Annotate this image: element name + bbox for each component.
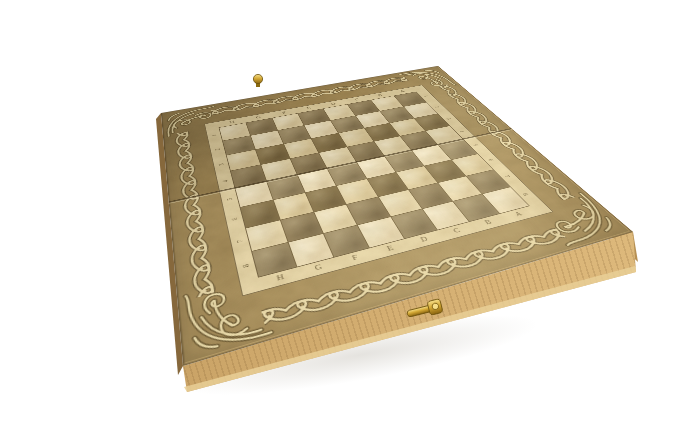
brass-hinge-pin [251,73,265,88]
brass-clasp[interactable] [403,296,451,324]
scene: HGFEDCBA HGFEDCBA 12345678 12345678 [0,0,680,425]
